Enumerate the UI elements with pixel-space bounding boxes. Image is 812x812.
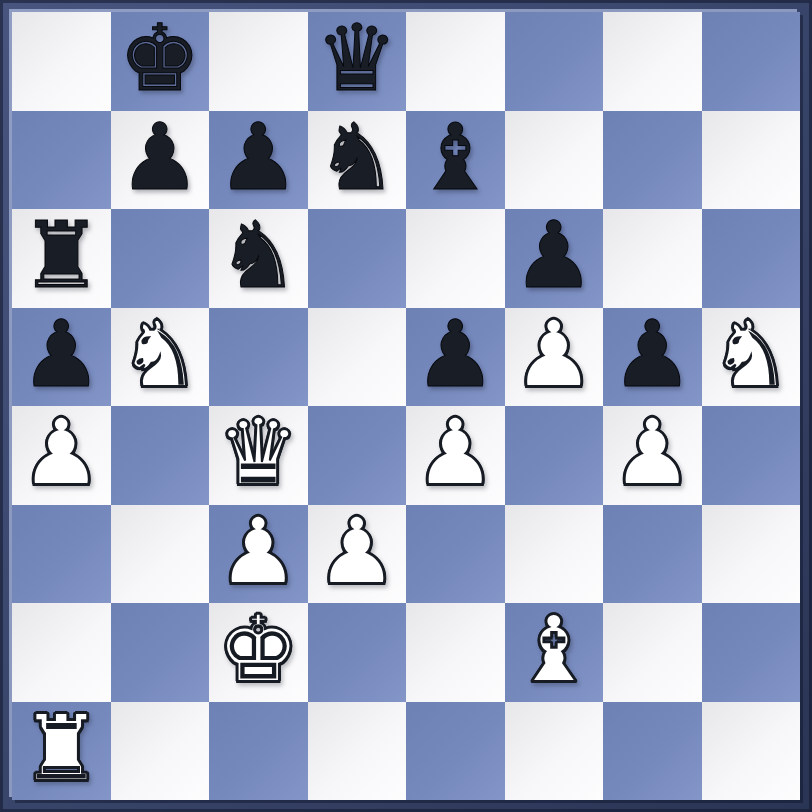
square-g8[interactable] bbox=[603, 12, 702, 111]
square-e3[interactable] bbox=[406, 505, 505, 604]
square-f5[interactable]: ♟ bbox=[505, 308, 604, 407]
piece-black-pawn[interactable]: ♟ bbox=[20, 308, 102, 404]
square-c2[interactable]: ♚ bbox=[209, 603, 308, 702]
piece-black-queen[interactable]: ♛ bbox=[316, 12, 398, 108]
square-c6[interactable]: ♞ bbox=[209, 209, 308, 308]
square-c8[interactable] bbox=[209, 12, 308, 111]
square-e8[interactable] bbox=[406, 12, 505, 111]
square-c7[interactable]: ♟ bbox=[209, 111, 308, 210]
square-e4[interactable]: ♟ bbox=[406, 406, 505, 505]
piece-black-pawn[interactable]: ♟ bbox=[414, 308, 496, 404]
square-b2[interactable] bbox=[111, 603, 210, 702]
square-d3[interactable]: ♟ bbox=[308, 505, 407, 604]
square-g4[interactable]: ♟ bbox=[603, 406, 702, 505]
square-b5[interactable]: ♞ bbox=[111, 308, 210, 407]
piece-black-knight[interactable]: ♞ bbox=[316, 111, 398, 207]
square-b7[interactable]: ♟ bbox=[111, 111, 210, 210]
piece-white-bishop[interactable]: ♝ bbox=[513, 603, 595, 699]
piece-black-bishop[interactable]: ♝ bbox=[414, 111, 496, 207]
square-a4[interactable]: ♟ bbox=[12, 406, 111, 505]
chess-board: ♚♛♟♟♞♝♜♞♟♟♞♟♟♟♞♟♛♟♟♟♟♚♝♜ bbox=[12, 12, 800, 800]
square-e5[interactable]: ♟ bbox=[406, 308, 505, 407]
square-a7[interactable] bbox=[12, 111, 111, 210]
square-h2[interactable] bbox=[702, 603, 801, 702]
square-g1[interactable] bbox=[603, 702, 702, 801]
square-h1[interactable] bbox=[702, 702, 801, 801]
piece-black-pawn[interactable]: ♟ bbox=[217, 111, 299, 207]
square-f4[interactable] bbox=[505, 406, 604, 505]
piece-white-pawn[interactable]: ♟ bbox=[217, 505, 299, 601]
piece-white-rook[interactable]: ♜ bbox=[20, 702, 102, 798]
square-g7[interactable] bbox=[603, 111, 702, 210]
piece-black-king[interactable]: ♚ bbox=[119, 12, 201, 108]
square-f6[interactable]: ♟ bbox=[505, 209, 604, 308]
square-h7[interactable] bbox=[702, 111, 801, 210]
square-e2[interactable] bbox=[406, 603, 505, 702]
square-d4[interactable] bbox=[308, 406, 407, 505]
square-e6[interactable] bbox=[406, 209, 505, 308]
chess-board-frame: ♚♛♟♟♞♝♜♞♟♟♞♟♟♟♞♟♛♟♟♟♟♚♝♜ bbox=[0, 0, 812, 812]
piece-white-pawn[interactable]: ♟ bbox=[20, 406, 102, 502]
square-f7[interactable] bbox=[505, 111, 604, 210]
square-e7[interactable]: ♝ bbox=[406, 111, 505, 210]
square-a6[interactable]: ♜ bbox=[12, 209, 111, 308]
square-b1[interactable] bbox=[111, 702, 210, 801]
square-c4[interactable]: ♛ bbox=[209, 406, 308, 505]
square-f2[interactable]: ♝ bbox=[505, 603, 604, 702]
piece-white-pawn[interactable]: ♟ bbox=[414, 406, 496, 502]
square-b6[interactable] bbox=[111, 209, 210, 308]
square-h4[interactable] bbox=[702, 406, 801, 505]
square-a3[interactable] bbox=[12, 505, 111, 604]
square-b8[interactable]: ♚ bbox=[111, 12, 210, 111]
square-e1[interactable] bbox=[406, 702, 505, 801]
piece-white-pawn[interactable]: ♟ bbox=[513, 308, 595, 404]
square-g2[interactable] bbox=[603, 603, 702, 702]
square-h5[interactable]: ♞ bbox=[702, 308, 801, 407]
piece-black-pawn[interactable]: ♟ bbox=[611, 308, 693, 404]
square-g5[interactable]: ♟ bbox=[603, 308, 702, 407]
square-b4[interactable] bbox=[111, 406, 210, 505]
piece-black-pawn[interactable]: ♟ bbox=[119, 111, 201, 207]
square-h6[interactable] bbox=[702, 209, 801, 308]
square-f1[interactable] bbox=[505, 702, 604, 801]
square-a5[interactable]: ♟ bbox=[12, 308, 111, 407]
square-a2[interactable] bbox=[12, 603, 111, 702]
square-d1[interactable] bbox=[308, 702, 407, 801]
square-c3[interactable]: ♟ bbox=[209, 505, 308, 604]
square-d7[interactable]: ♞ bbox=[308, 111, 407, 210]
piece-white-pawn[interactable]: ♟ bbox=[611, 406, 693, 502]
square-d2[interactable] bbox=[308, 603, 407, 702]
square-f3[interactable] bbox=[505, 505, 604, 604]
piece-black-rook[interactable]: ♜ bbox=[20, 209, 102, 305]
square-h3[interactable] bbox=[702, 505, 801, 604]
piece-black-knight[interactable]: ♞ bbox=[217, 209, 299, 305]
square-g3[interactable] bbox=[603, 505, 702, 604]
piece-white-pawn[interactable]: ♟ bbox=[316, 505, 398, 601]
piece-white-king[interactable]: ♚ bbox=[217, 603, 299, 699]
piece-white-knight[interactable]: ♞ bbox=[710, 308, 792, 404]
square-d5[interactable] bbox=[308, 308, 407, 407]
square-a8[interactable] bbox=[12, 12, 111, 111]
square-b3[interactable] bbox=[111, 505, 210, 604]
piece-black-pawn[interactable]: ♟ bbox=[513, 209, 595, 305]
square-f8[interactable] bbox=[505, 12, 604, 111]
piece-white-knight[interactable]: ♞ bbox=[119, 308, 201, 404]
square-c1[interactable] bbox=[209, 702, 308, 801]
square-g6[interactable] bbox=[603, 209, 702, 308]
square-d6[interactable] bbox=[308, 209, 407, 308]
square-a1[interactable]: ♜ bbox=[12, 702, 111, 801]
square-h8[interactable] bbox=[702, 12, 801, 111]
piece-white-queen[interactable]: ♛ bbox=[217, 406, 299, 502]
square-c5[interactable] bbox=[209, 308, 308, 407]
square-d8[interactable]: ♛ bbox=[308, 12, 407, 111]
